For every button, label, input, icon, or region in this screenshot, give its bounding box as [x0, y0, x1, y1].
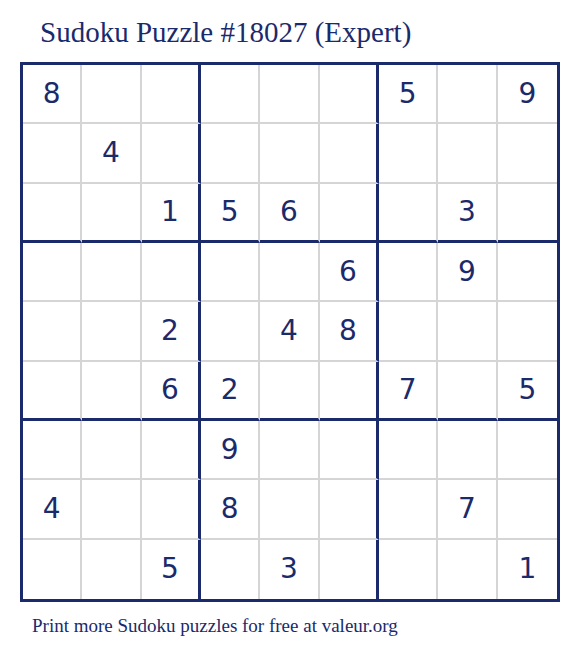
cell-r2c6[interactable]	[320, 124, 379, 183]
cell-r5c6[interactable]: 8	[320, 302, 379, 361]
cell-r2c4[interactable]	[201, 124, 260, 183]
cell-r6c6[interactable]	[320, 362, 379, 421]
cell-r4c4[interactable]	[201, 243, 260, 302]
cell-r8c1[interactable]: 4	[23, 480, 82, 539]
cell-r9c1[interactable]	[23, 540, 82, 599]
cell-r8c3[interactable]	[142, 480, 201, 539]
cell-r2c2[interactable]: 4	[82, 124, 141, 183]
cell-r5c5[interactable]: 4	[260, 302, 319, 361]
cell-r3c2[interactable]	[82, 184, 141, 243]
cell-r6c8[interactable]	[438, 362, 497, 421]
cell-r1c9[interactable]: 9	[498, 65, 557, 124]
cell-r9c2[interactable]	[82, 540, 141, 599]
cell-r1c8[interactable]	[438, 65, 497, 124]
cell-r8c2[interactable]	[82, 480, 141, 539]
cell-r3c5[interactable]: 6	[260, 184, 319, 243]
cell-r9c8[interactable]	[438, 540, 497, 599]
cell-r7c5[interactable]	[260, 421, 319, 480]
cell-r8c5[interactable]	[260, 480, 319, 539]
cell-r8c8[interactable]: 7	[438, 480, 497, 539]
page-title: Sudoku Puzzle #18027 (Expert)	[40, 16, 411, 49]
cell-r9c4[interactable]	[201, 540, 260, 599]
cell-r4c7[interactable]	[379, 243, 438, 302]
cell-r2c5[interactable]	[260, 124, 319, 183]
cell-r5c3[interactable]: 2	[142, 302, 201, 361]
cell-r7c7[interactable]	[379, 421, 438, 480]
cell-r4c9[interactable]	[498, 243, 557, 302]
cell-r7c4[interactable]: 9	[201, 421, 260, 480]
cell-r2c7[interactable]	[379, 124, 438, 183]
cell-r3c4[interactable]: 5	[201, 184, 260, 243]
cell-r6c1[interactable]	[23, 362, 82, 421]
cell-r1c7[interactable]: 5	[379, 65, 438, 124]
cell-r7c3[interactable]	[142, 421, 201, 480]
cell-r5c2[interactable]	[82, 302, 141, 361]
cell-r2c9[interactable]	[498, 124, 557, 183]
cell-r8c4[interactable]: 8	[201, 480, 260, 539]
cell-r3c3[interactable]: 1	[142, 184, 201, 243]
cell-r1c1[interactable]: 8	[23, 65, 82, 124]
cell-r5c1[interactable]	[23, 302, 82, 361]
sudoku-grid: 859415636924862759487531	[20, 62, 560, 602]
cell-r8c6[interactable]	[320, 480, 379, 539]
cell-r7c6[interactable]	[320, 421, 379, 480]
cell-r3c6[interactable]	[320, 184, 379, 243]
cell-r9c3[interactable]: 5	[142, 540, 201, 599]
cell-r6c5[interactable]	[260, 362, 319, 421]
footer-text: Print more Sudoku puzzles for free at va…	[32, 615, 398, 637]
cell-r1c2[interactable]	[82, 65, 141, 124]
cell-r2c3[interactable]	[142, 124, 201, 183]
cell-r8c7[interactable]	[379, 480, 438, 539]
cell-r9c7[interactable]	[379, 540, 438, 599]
cell-r3c1[interactable]	[23, 184, 82, 243]
cell-r4c5[interactable]	[260, 243, 319, 302]
cell-r3c9[interactable]	[498, 184, 557, 243]
cell-r6c2[interactable]	[82, 362, 141, 421]
cell-r5c4[interactable]	[201, 302, 260, 361]
cell-r1c6[interactable]	[320, 65, 379, 124]
cell-r3c8[interactable]: 3	[438, 184, 497, 243]
cell-r4c3[interactable]	[142, 243, 201, 302]
cell-r7c1[interactable]	[23, 421, 82, 480]
cell-r4c1[interactable]	[23, 243, 82, 302]
cell-r6c7[interactable]: 7	[379, 362, 438, 421]
cell-r5c7[interactable]	[379, 302, 438, 361]
cell-r4c2[interactable]	[82, 243, 141, 302]
cell-r9c5[interactable]: 3	[260, 540, 319, 599]
cell-r5c9[interactable]	[498, 302, 557, 361]
sudoku-page: Sudoku Puzzle #18027 (Expert) 8594156369…	[0, 0, 580, 651]
cell-r8c9[interactable]	[498, 480, 557, 539]
cell-r6c9[interactable]: 5	[498, 362, 557, 421]
cell-r5c8[interactable]	[438, 302, 497, 361]
cell-r4c6[interactable]: 6	[320, 243, 379, 302]
cell-r1c3[interactable]	[142, 65, 201, 124]
cell-r1c5[interactable]	[260, 65, 319, 124]
cell-r3c7[interactable]	[379, 184, 438, 243]
cell-r9c6[interactable]	[320, 540, 379, 599]
cell-r4c8[interactable]: 9	[438, 243, 497, 302]
cell-r7c9[interactable]	[498, 421, 557, 480]
cell-r7c2[interactable]	[82, 421, 141, 480]
cell-r7c8[interactable]	[438, 421, 497, 480]
cell-r1c4[interactable]	[201, 65, 260, 124]
cell-r2c1[interactable]	[23, 124, 82, 183]
cell-r6c4[interactable]: 2	[201, 362, 260, 421]
cell-r2c8[interactable]	[438, 124, 497, 183]
cell-r6c3[interactable]: 6	[142, 362, 201, 421]
cell-r9c9[interactable]: 1	[498, 540, 557, 599]
